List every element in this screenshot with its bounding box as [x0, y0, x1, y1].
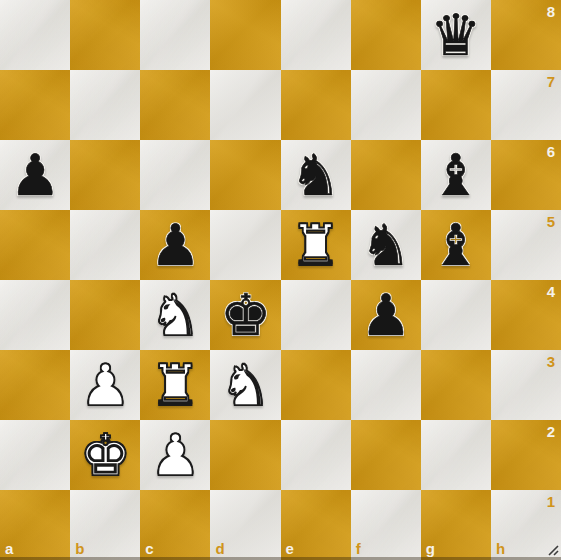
square-c4[interactable]: ♞ [140, 280, 210, 350]
square-d7[interactable] [210, 70, 280, 140]
piece-black-pawn[interactable]: ♟ [0, 140, 70, 210]
square-c3[interactable]: ♜ [140, 350, 210, 420]
square-f3[interactable] [351, 350, 421, 420]
square-b1[interactable]: b [70, 490, 140, 560]
piece-white-pawn[interactable]: ♟ [140, 420, 210, 490]
square-e8[interactable] [281, 0, 351, 70]
file-label-e: e [286, 540, 294, 557]
square-a2[interactable] [0, 420, 70, 490]
square-d3[interactable]: ♞ [210, 350, 280, 420]
square-g6[interactable]: ♝ [421, 140, 491, 210]
square-b8[interactable] [70, 0, 140, 70]
square-f7[interactable] [351, 70, 421, 140]
square-a8[interactable] [0, 0, 70, 70]
square-d2[interactable] [210, 420, 280, 490]
square-h2[interactable]: 2 [491, 420, 561, 490]
square-d4[interactable]: ♚ [210, 280, 280, 350]
square-f5[interactable]: ♞ [351, 210, 421, 280]
resize-handle-icon[interactable] [545, 542, 559, 556]
file-label-d: d [215, 540, 224, 557]
square-e5[interactable]: ♜ [281, 210, 351, 280]
piece-black-king[interactable]: ♚ [210, 280, 280, 350]
square-f6[interactable] [351, 140, 421, 210]
square-b7[interactable] [70, 70, 140, 140]
file-label-c: c [145, 540, 153, 557]
square-g2[interactable] [421, 420, 491, 490]
square-a6[interactable]: ♟ [0, 140, 70, 210]
rank-label-1: 1 [547, 493, 555, 510]
square-b3[interactable]: ♟ [70, 350, 140, 420]
piece-white-rook[interactable]: ♜ [140, 350, 210, 420]
rank-label-7: 7 [547, 73, 555, 90]
square-c5[interactable]: ♟ [140, 210, 210, 280]
piece-white-rook[interactable]: ♜ [281, 210, 351, 280]
file-label-g: g [426, 540, 435, 557]
chess-board-container: ♛87♟♞♝6♟♜♞♝5♞♚♟4♟♜♞3♚♟2abcdefgh1 [0, 0, 561, 560]
square-f1[interactable]: f [351, 490, 421, 560]
piece-black-knight[interactable]: ♞ [351, 210, 421, 280]
square-g7[interactable] [421, 70, 491, 140]
square-d6[interactable] [210, 140, 280, 210]
chess-board: ♛87♟♞♝6♟♜♞♝5♞♚♟4♟♜♞3♚♟2abcdefgh1 [0, 0, 561, 560]
piece-black-bishop[interactable]: ♝ [421, 140, 491, 210]
square-d5[interactable] [210, 210, 280, 280]
rank-label-2: 2 [547, 423, 555, 440]
rank-label-3: 3 [547, 353, 555, 370]
square-h7[interactable]: 7 [491, 70, 561, 140]
square-a3[interactable] [0, 350, 70, 420]
square-c2[interactable]: ♟ [140, 420, 210, 490]
square-g5[interactable]: ♝ [421, 210, 491, 280]
square-c8[interactable] [140, 0, 210, 70]
square-a7[interactable] [0, 70, 70, 140]
file-label-a: a [5, 540, 13, 557]
square-f4[interactable]: ♟ [351, 280, 421, 350]
square-e1[interactable]: e [281, 490, 351, 560]
piece-black-pawn[interactable]: ♟ [351, 280, 421, 350]
rank-label-4: 4 [547, 283, 555, 300]
rank-label-5: 5 [547, 213, 555, 230]
rank-label-6: 6 [547, 143, 555, 160]
piece-white-king[interactable]: ♚ [70, 420, 140, 490]
square-h5[interactable]: 5 [491, 210, 561, 280]
square-e3[interactable] [281, 350, 351, 420]
file-label-b: b [75, 540, 84, 557]
square-e2[interactable] [281, 420, 351, 490]
square-g4[interactable] [421, 280, 491, 350]
square-b5[interactable] [70, 210, 140, 280]
piece-black-queen[interactable]: ♛ [421, 0, 491, 70]
piece-white-pawn[interactable]: ♟ [70, 350, 140, 420]
square-d1[interactable]: d [210, 490, 280, 560]
square-c7[interactable] [140, 70, 210, 140]
piece-black-pawn[interactable]: ♟ [140, 210, 210, 280]
file-label-f: f [356, 540, 361, 557]
square-d8[interactable] [210, 0, 280, 70]
piece-black-bishop[interactable]: ♝ [421, 210, 491, 280]
square-h4[interactable]: 4 [491, 280, 561, 350]
square-c6[interactable] [140, 140, 210, 210]
piece-black-knight[interactable]: ♞ [281, 140, 351, 210]
square-a5[interactable] [0, 210, 70, 280]
square-f2[interactable] [351, 420, 421, 490]
piece-white-knight[interactable]: ♞ [140, 280, 210, 350]
square-f8[interactable] [351, 0, 421, 70]
square-g3[interactable] [421, 350, 491, 420]
square-g8[interactable]: ♛ [421, 0, 491, 70]
square-b4[interactable] [70, 280, 140, 350]
square-a1[interactable]: a [0, 490, 70, 560]
square-a4[interactable] [0, 280, 70, 350]
square-h3[interactable]: 3 [491, 350, 561, 420]
square-h6[interactable]: 6 [491, 140, 561, 210]
square-e6[interactable]: ♞ [281, 140, 351, 210]
square-g1[interactable]: g [421, 490, 491, 560]
square-e4[interactable] [281, 280, 351, 350]
rank-label-8: 8 [547, 3, 555, 20]
square-h8[interactable]: 8 [491, 0, 561, 70]
square-b2[interactable]: ♚ [70, 420, 140, 490]
piece-white-knight[interactable]: ♞ [210, 350, 280, 420]
square-b6[interactable] [70, 140, 140, 210]
square-e7[interactable] [281, 70, 351, 140]
file-label-h: h [496, 540, 505, 557]
square-c1[interactable]: c [140, 490, 210, 560]
